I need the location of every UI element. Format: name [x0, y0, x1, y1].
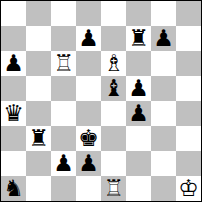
square-c2[interactable]: ♟ [51, 151, 76, 176]
square-h8[interactable] [176, 1, 201, 26]
square-d2[interactable]: ♟ [76, 151, 101, 176]
square-b3[interactable]: ♜ [26, 126, 51, 151]
piece-black-pawn: ♟ [126, 76, 151, 101]
piece-white-bishop: ♝♗ [101, 51, 126, 76]
square-f3[interactable] [126, 126, 151, 151]
square-g1[interactable] [151, 176, 176, 201]
square-e8[interactable] [101, 1, 126, 26]
square-a8[interactable] [1, 1, 26, 26]
piece-white-king: ♚♔ [176, 176, 201, 201]
piece-white-rook: ♜♖ [101, 176, 126, 201]
piece-black-knight: ♞ [1, 176, 26, 201]
piece-black-rook: ♜ [126, 26, 151, 51]
square-g5[interactable] [151, 76, 176, 101]
square-g2[interactable] [151, 151, 176, 176]
piece-black-king: ♚ [76, 126, 101, 151]
square-a3[interactable] [1, 126, 26, 151]
square-f1[interactable] [126, 176, 151, 201]
square-h3[interactable] [176, 126, 201, 151]
square-g8[interactable] [151, 1, 176, 26]
piece-black-queen: ♛ [1, 101, 26, 126]
square-a1[interactable]: ♞ [1, 176, 26, 201]
square-b7[interactable] [26, 26, 51, 51]
square-a5[interactable] [1, 76, 26, 101]
chess-board: ♟♜♟♟♜♖♝♗♝♟♛♟♜♚♟♟♞♜♖♚♔ [0, 0, 202, 202]
piece-black-pawn: ♟ [126, 101, 151, 126]
square-b6[interactable] [26, 51, 51, 76]
square-h6[interactable] [176, 51, 201, 76]
square-d5[interactable] [76, 76, 101, 101]
piece-black-pawn: ♟ [151, 26, 176, 51]
square-e5[interactable]: ♝ [101, 76, 126, 101]
square-h4[interactable] [176, 101, 201, 126]
square-f8[interactable] [126, 1, 151, 26]
square-h1[interactable]: ♚♔ [176, 176, 201, 201]
square-c7[interactable] [51, 26, 76, 51]
square-c4[interactable] [51, 101, 76, 126]
piece-black-rook: ♜ [26, 126, 51, 151]
square-f2[interactable] [126, 151, 151, 176]
square-b1[interactable] [26, 176, 51, 201]
square-e3[interactable] [101, 126, 126, 151]
square-a7[interactable] [1, 26, 26, 51]
square-d6[interactable] [76, 51, 101, 76]
square-f6[interactable] [126, 51, 151, 76]
square-c8[interactable] [51, 1, 76, 26]
square-g6[interactable] [151, 51, 176, 76]
piece-black-pawn: ♟ [1, 51, 26, 76]
square-e7[interactable] [101, 26, 126, 51]
piece-black-pawn: ♟ [76, 26, 101, 51]
square-e4[interactable] [101, 101, 126, 126]
square-h7[interactable] [176, 26, 201, 51]
square-d7[interactable]: ♟ [76, 26, 101, 51]
square-c5[interactable] [51, 76, 76, 101]
square-d1[interactable] [76, 176, 101, 201]
square-d4[interactable] [76, 101, 101, 126]
square-h5[interactable] [176, 76, 201, 101]
square-c6[interactable]: ♜♖ [51, 51, 76, 76]
piece-white-rook: ♜♖ [51, 51, 76, 76]
square-c1[interactable] [51, 176, 76, 201]
square-f7[interactable]: ♜ [126, 26, 151, 51]
square-g4[interactable] [151, 101, 176, 126]
square-a6[interactable]: ♟ [1, 51, 26, 76]
square-b5[interactable] [26, 76, 51, 101]
square-c3[interactable] [51, 126, 76, 151]
piece-black-pawn: ♟ [51, 151, 76, 176]
piece-black-pawn: ♟ [76, 151, 101, 176]
square-b8[interactable] [26, 1, 51, 26]
square-a2[interactable] [1, 151, 26, 176]
square-e6[interactable]: ♝♗ [101, 51, 126, 76]
piece-black-bishop: ♝ [101, 76, 126, 101]
square-b2[interactable] [26, 151, 51, 176]
square-g3[interactable] [151, 126, 176, 151]
square-f5[interactable]: ♟ [126, 76, 151, 101]
square-e2[interactable] [101, 151, 126, 176]
square-f4[interactable]: ♟ [126, 101, 151, 126]
square-a4[interactable]: ♛ [1, 101, 26, 126]
square-d3[interactable]: ♚ [76, 126, 101, 151]
square-g7[interactable]: ♟ [151, 26, 176, 51]
square-b4[interactable] [26, 101, 51, 126]
square-h2[interactable] [176, 151, 201, 176]
square-e1[interactable]: ♜♖ [101, 176, 126, 201]
square-d8[interactable] [76, 1, 101, 26]
